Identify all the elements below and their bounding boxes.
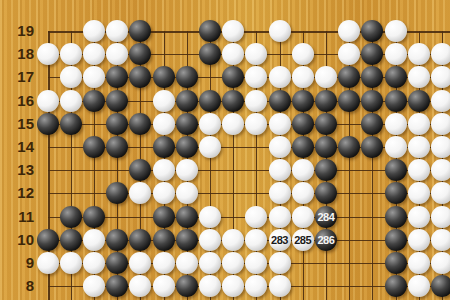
stone-black[interactable] bbox=[153, 206, 175, 228]
stone-black[interactable] bbox=[385, 275, 407, 297]
stone-black[interactable] bbox=[106, 275, 128, 297]
stone-white[interactable] bbox=[269, 159, 291, 181]
stone-black[interactable] bbox=[176, 206, 198, 228]
stone-black[interactable] bbox=[106, 113, 128, 135]
stone-white[interactable] bbox=[222, 252, 244, 274]
stone-white[interactable] bbox=[176, 159, 198, 181]
stone-white[interactable] bbox=[408, 252, 430, 274]
stone-black[interactable] bbox=[37, 113, 59, 135]
row-label: 16 bbox=[0, 93, 34, 109]
stone-white[interactable] bbox=[431, 252, 450, 274]
stone-black[interactable] bbox=[37, 229, 59, 251]
stone-white[interactable] bbox=[199, 252, 221, 274]
stone-white[interactable] bbox=[153, 159, 175, 181]
stone-white[interactable] bbox=[83, 229, 105, 251]
stone-black[interactable] bbox=[153, 136, 175, 158]
stone-white[interactable] bbox=[83, 43, 105, 65]
stone-black[interactable] bbox=[153, 229, 175, 251]
stone-black[interactable] bbox=[361, 90, 383, 112]
stone-black[interactable] bbox=[199, 43, 221, 65]
stone-white[interactable] bbox=[292, 206, 314, 228]
stone-white[interactable] bbox=[129, 252, 151, 274]
stone-black[interactable] bbox=[176, 66, 198, 88]
stone-white[interactable] bbox=[385, 113, 407, 135]
stone-black[interactable] bbox=[292, 136, 314, 158]
stone-black[interactable] bbox=[106, 136, 128, 158]
stone-black[interactable] bbox=[361, 43, 383, 65]
stone-white[interactable] bbox=[431, 113, 450, 135]
stone-white[interactable] bbox=[315, 66, 337, 88]
stone-white[interactable] bbox=[431, 43, 450, 65]
stone-black[interactable] bbox=[199, 90, 221, 112]
stone-white[interactable] bbox=[106, 20, 128, 42]
stone-white[interactable] bbox=[269, 252, 291, 274]
stone-white[interactable] bbox=[245, 229, 267, 251]
stone-white[interactable] bbox=[431, 159, 450, 181]
stone-white[interactable] bbox=[83, 275, 105, 297]
stone-black[interactable] bbox=[338, 90, 360, 112]
stone-black[interactable] bbox=[338, 136, 360, 158]
stone-black[interactable] bbox=[385, 206, 407, 228]
stone-white[interactable] bbox=[431, 229, 450, 251]
stone-white[interactable] bbox=[106, 43, 128, 65]
stone-black[interactable] bbox=[431, 275, 450, 297]
stone-black[interactable] bbox=[129, 66, 151, 88]
stone-white[interactable] bbox=[408, 66, 430, 88]
stone-white[interactable] bbox=[269, 182, 291, 204]
move-number-label: 283 bbox=[271, 234, 288, 246]
stone-black[interactable] bbox=[129, 113, 151, 135]
row-label: 11 bbox=[0, 209, 34, 225]
stone-black[interactable] bbox=[338, 66, 360, 88]
stone-black[interactable] bbox=[129, 20, 151, 42]
stone-white[interactable] bbox=[292, 66, 314, 88]
stone-black[interactable] bbox=[385, 252, 407, 274]
stone-white[interactable] bbox=[83, 20, 105, 42]
stone-white[interactable] bbox=[431, 206, 450, 228]
stone-white[interactable] bbox=[60, 90, 82, 112]
stone-black[interactable] bbox=[176, 229, 198, 251]
stone-white[interactable] bbox=[199, 275, 221, 297]
stone-black[interactable] bbox=[106, 229, 128, 251]
stone-white[interactable] bbox=[199, 136, 221, 158]
stone-white[interactable] bbox=[199, 229, 221, 251]
stone-white[interactable] bbox=[292, 159, 314, 181]
stone-white[interactable] bbox=[269, 206, 291, 228]
stone-white[interactable] bbox=[245, 275, 267, 297]
stone-white[interactable] bbox=[222, 229, 244, 251]
stone-white[interactable] bbox=[408, 113, 430, 135]
stone-white[interactable] bbox=[37, 90, 59, 112]
stone-black[interactable] bbox=[129, 159, 151, 181]
stone-white[interactable] bbox=[292, 182, 314, 204]
stone-black[interactable] bbox=[385, 159, 407, 181]
stone-white[interactable] bbox=[338, 20, 360, 42]
stone-white[interactable] bbox=[222, 275, 244, 297]
stone-white[interactable] bbox=[269, 20, 291, 42]
stone-black[interactable] bbox=[106, 252, 128, 274]
stone-black[interactable] bbox=[315, 159, 337, 181]
stone-white[interactable] bbox=[83, 66, 105, 88]
stone-black[interactable] bbox=[129, 229, 151, 251]
stone-black[interactable] bbox=[361, 136, 383, 158]
stone-white[interactable] bbox=[408, 136, 430, 158]
stone-white[interactable] bbox=[60, 66, 82, 88]
stone-white[interactable] bbox=[269, 66, 291, 88]
stone-white[interactable] bbox=[431, 66, 450, 88]
row-label: 9 bbox=[0, 255, 34, 271]
stone-white[interactable] bbox=[153, 252, 175, 274]
stone-white[interactable] bbox=[408, 275, 430, 297]
stone-white[interactable] bbox=[222, 20, 244, 42]
stone-black[interactable] bbox=[106, 90, 128, 112]
stone-white[interactable] bbox=[199, 113, 221, 135]
stone-black[interactable] bbox=[83, 136, 105, 158]
stone-black[interactable] bbox=[315, 90, 337, 112]
stone-black[interactable] bbox=[106, 66, 128, 88]
stone-white[interactable] bbox=[60, 43, 82, 65]
stone-black[interactable] bbox=[176, 90, 198, 112]
stone-white[interactable] bbox=[338, 43, 360, 65]
stone-white[interactable]: 285 bbox=[292, 229, 314, 251]
stone-black[interactable] bbox=[315, 182, 337, 204]
stone-black[interactable]: 286 bbox=[315, 229, 337, 251]
stone-black[interactable] bbox=[361, 20, 383, 42]
stone-black[interactable] bbox=[269, 90, 291, 112]
stone-black[interactable] bbox=[199, 20, 221, 42]
row-label: 12 bbox=[0, 185, 34, 201]
stone-white[interactable] bbox=[222, 43, 244, 65]
move-number-label: 284 bbox=[317, 211, 334, 223]
stone-white[interactable] bbox=[60, 252, 82, 274]
stone-white[interactable] bbox=[153, 182, 175, 204]
row-label: 17 bbox=[0, 69, 34, 85]
stone-white[interactable] bbox=[245, 206, 267, 228]
stone-black[interactable] bbox=[176, 136, 198, 158]
stone-white[interactable] bbox=[222, 113, 244, 135]
go-board: 1918171615141312111098 284283285286 bbox=[0, 0, 450, 300]
stone-black[interactable] bbox=[83, 90, 105, 112]
row-label: 18 bbox=[0, 46, 34, 62]
stone-black[interactable] bbox=[60, 229, 82, 251]
stone-white[interactable] bbox=[153, 275, 175, 297]
stone-black[interactable] bbox=[315, 136, 337, 158]
stone-black[interactable] bbox=[385, 182, 407, 204]
stone-white[interactable] bbox=[431, 136, 450, 158]
row-label: 19 bbox=[0, 23, 34, 39]
stone-white[interactable] bbox=[408, 159, 430, 181]
stone-white[interactable] bbox=[431, 90, 450, 112]
row-label: 14 bbox=[0, 139, 34, 155]
stone-white[interactable] bbox=[245, 66, 267, 88]
stone-white[interactable] bbox=[83, 252, 105, 274]
stone-black[interactable]: 284 bbox=[315, 206, 337, 228]
row-label: 13 bbox=[0, 162, 34, 178]
stone-black[interactable] bbox=[60, 113, 82, 135]
stone-white[interactable] bbox=[385, 20, 407, 42]
stone-black[interactable] bbox=[106, 182, 128, 204]
stone-black[interactable] bbox=[315, 113, 337, 135]
stone-black[interactable] bbox=[222, 66, 244, 88]
stone-white[interactable] bbox=[269, 275, 291, 297]
stone-white[interactable] bbox=[129, 182, 151, 204]
stone-black[interactable] bbox=[129, 43, 151, 65]
stone-black[interactable] bbox=[222, 90, 244, 112]
row-label: 8 bbox=[0, 278, 34, 294]
stone-black[interactable] bbox=[385, 66, 407, 88]
move-number-label: 285 bbox=[294, 234, 311, 246]
stone-black[interactable] bbox=[361, 66, 383, 88]
stone-black[interactable] bbox=[385, 229, 407, 251]
stone-black[interactable] bbox=[292, 90, 314, 112]
stone-white[interactable] bbox=[199, 206, 221, 228]
stone-black[interactable] bbox=[292, 113, 314, 135]
stone-black[interactable] bbox=[176, 113, 198, 135]
stone-white[interactable] bbox=[176, 182, 198, 204]
stone-white[interactable] bbox=[385, 43, 407, 65]
stone-black[interactable] bbox=[385, 90, 407, 112]
stone-white[interactable] bbox=[245, 113, 267, 135]
stone-black[interactable] bbox=[408, 90, 430, 112]
stone-white[interactable] bbox=[245, 252, 267, 274]
stone-white[interactable] bbox=[408, 229, 430, 251]
stone-white[interactable] bbox=[408, 43, 430, 65]
stone-black[interactable] bbox=[176, 275, 198, 297]
row-label: 15 bbox=[0, 116, 34, 132]
stone-white[interactable] bbox=[37, 252, 59, 274]
stone-white[interactable] bbox=[129, 275, 151, 297]
stone-white[interactable] bbox=[176, 252, 198, 274]
row-label: 10 bbox=[0, 232, 34, 248]
stone-white[interactable]: 283 bbox=[269, 229, 291, 251]
stone-white[interactable] bbox=[153, 113, 175, 135]
stone-white[interactable] bbox=[269, 113, 291, 135]
stone-black[interactable] bbox=[153, 66, 175, 88]
stone-black[interactable] bbox=[83, 206, 105, 228]
stone-black[interactable] bbox=[361, 113, 383, 135]
stone-white[interactable] bbox=[385, 136, 407, 158]
stone-white[interactable] bbox=[431, 182, 450, 204]
stone-white[interactable] bbox=[245, 90, 267, 112]
stone-white[interactable] bbox=[408, 182, 430, 204]
stone-white[interactable] bbox=[269, 136, 291, 158]
stone-white[interactable] bbox=[153, 90, 175, 112]
stone-white[interactable] bbox=[37, 43, 59, 65]
stone-white[interactable] bbox=[292, 43, 314, 65]
stone-white[interactable] bbox=[245, 43, 267, 65]
stone-black[interactable] bbox=[60, 206, 82, 228]
stone-white[interactable] bbox=[408, 206, 430, 228]
move-number-label: 286 bbox=[317, 234, 334, 246]
